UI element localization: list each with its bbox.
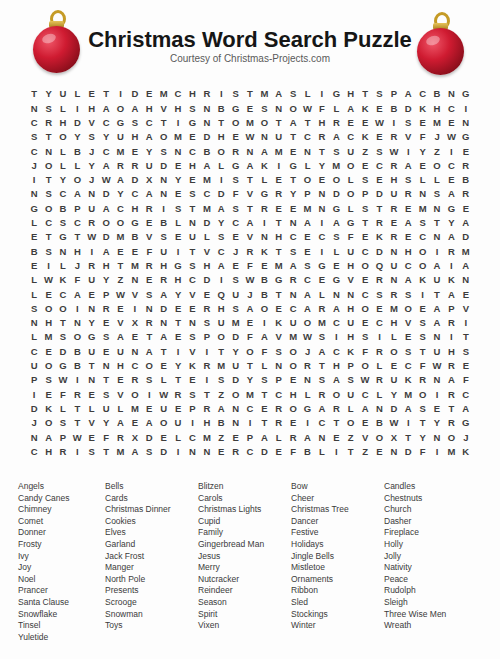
grid-cell[interactable]: N (315, 201, 329, 215)
grid-cell[interactable]: V (185, 344, 199, 358)
grid-cell[interactable]: X (128, 316, 142, 330)
grid-cell[interactable]: A (128, 101, 142, 115)
grid-cell[interactable]: T (156, 116, 170, 130)
grid-cell[interactable]: E (228, 259, 242, 273)
grid-cell[interactable]: V (85, 116, 99, 130)
grid-cell[interactable]: I (459, 316, 473, 330)
grid-cell[interactable]: O (415, 259, 429, 273)
grid-cell[interactable]: E (444, 173, 458, 187)
grid-cell[interactable]: E (85, 287, 99, 301)
grid-cell[interactable]: E (272, 173, 286, 187)
grid-cell[interactable]: S (415, 330, 429, 344)
grid-cell[interactable]: W (300, 101, 314, 115)
grid-cell[interactable]: A (401, 402, 415, 416)
grid-cell[interactable]: M (200, 201, 214, 215)
grid-cell[interactable]: B (70, 344, 84, 358)
grid-cell[interactable]: T (99, 87, 113, 101)
grid-cell[interactable]: R (444, 244, 458, 258)
grid-cell[interactable]: U (387, 373, 401, 387)
grid-cell[interactable]: U (56, 87, 70, 101)
grid-cell[interactable]: H (171, 273, 185, 287)
grid-cell[interactable]: N (387, 273, 401, 287)
grid-cell[interactable]: E (401, 201, 415, 215)
grid-cell[interactable]: H (142, 101, 156, 115)
grid-cell[interactable]: G (315, 259, 329, 273)
grid-cell[interactable]: W (387, 416, 401, 430)
grid-cell[interactable]: U (185, 230, 199, 244)
grid-cell[interactable]: T (156, 344, 170, 358)
grid-cell[interactable]: S (185, 187, 199, 201)
grid-cell[interactable]: Z (214, 387, 228, 401)
grid-cell[interactable]: E (185, 173, 199, 187)
grid-cell[interactable]: L (70, 158, 84, 172)
grid-cell[interactable]: W (300, 330, 314, 344)
grid-cell[interactable]: E (459, 287, 473, 301)
grid-cell[interactable]: C (358, 244, 372, 258)
grid-cell[interactable]: S (228, 173, 242, 187)
grid-cell[interactable]: G (459, 87, 473, 101)
grid-cell[interactable]: U (171, 416, 185, 430)
grid-cell[interactable]: S (430, 187, 444, 201)
grid-cell[interactable]: G (113, 116, 127, 130)
grid-cell[interactable]: R (200, 301, 214, 315)
grid-cell[interactable]: E (156, 359, 170, 373)
grid-cell[interactable]: H (156, 259, 170, 273)
grid-cell[interactable]: E (113, 301, 127, 315)
grid-cell[interactable]: E (171, 301, 185, 315)
grid-cell[interactable]: Y (415, 144, 429, 158)
grid-cell[interactable]: D (156, 301, 170, 315)
grid-cell[interactable]: E (85, 430, 99, 444)
grid-cell[interactable]: C (444, 158, 458, 172)
grid-cell[interactable]: G (329, 201, 343, 215)
grid-cell[interactable]: H (344, 259, 358, 273)
grid-cell[interactable]: A (300, 287, 314, 301)
grid-cell[interactable]: L (272, 430, 286, 444)
grid-cell[interactable]: E (185, 301, 199, 315)
grid-cell[interactable]: E (185, 130, 199, 144)
grid-cell[interactable]: Z (358, 144, 372, 158)
grid-cell[interactable]: E (315, 173, 329, 187)
grid-cell[interactable]: R (444, 359, 458, 373)
grid-cell[interactable]: N (200, 116, 214, 130)
grid-cell[interactable]: T (113, 259, 127, 273)
grid-cell[interactable]: T (459, 330, 473, 344)
grid-cell[interactable]: D (200, 216, 214, 230)
grid-cell[interactable]: O (401, 301, 415, 315)
grid-cell[interactable]: C (415, 87, 429, 101)
grid-cell[interactable]: S (128, 116, 142, 130)
grid-cell[interactable]: S (401, 287, 415, 301)
grid-cell[interactable]: R (272, 402, 286, 416)
grid-cell[interactable]: X (128, 430, 142, 444)
grid-cell[interactable]: E (171, 187, 185, 201)
grid-cell[interactable]: C (300, 130, 314, 144)
grid-cell[interactable]: H (128, 130, 142, 144)
grid-cell[interactable]: O (372, 430, 386, 444)
grid-cell[interactable]: K (257, 158, 271, 172)
grid-cell[interactable]: Y (228, 344, 242, 358)
grid-cell[interactable]: K (358, 101, 372, 115)
grid-cell[interactable]: H (171, 101, 185, 115)
grid-cell[interactable]: E (228, 430, 242, 444)
grid-cell[interactable]: A (99, 201, 113, 215)
grid-cell[interactable]: P (185, 402, 199, 416)
grid-cell[interactable]: R (286, 273, 300, 287)
grid-cell[interactable]: I (329, 444, 343, 458)
grid-cell[interactable]: T (401, 430, 415, 444)
grid-cell[interactable]: V (113, 387, 127, 401)
grid-cell[interactable]: U (156, 244, 170, 258)
grid-cell[interactable]: C (286, 301, 300, 315)
grid-cell[interactable]: S (156, 144, 170, 158)
grid-cell[interactable]: U (113, 130, 127, 144)
grid-cell[interactable]: L (315, 444, 329, 458)
grid-cell[interactable]: F (358, 344, 372, 358)
grid-cell[interactable]: O (329, 173, 343, 187)
grid-cell[interactable]: O (142, 359, 156, 373)
grid-cell[interactable]: E (41, 344, 55, 358)
grid-cell[interactable]: G (56, 359, 70, 373)
grid-cell[interactable]: D (214, 187, 228, 201)
grid-cell[interactable]: B (257, 287, 271, 301)
grid-cell[interactable]: W (430, 359, 444, 373)
grid-cell[interactable]: D (56, 344, 70, 358)
grid-cell[interactable]: D (99, 230, 113, 244)
grid-cell[interactable]: N (272, 101, 286, 115)
grid-cell[interactable]: T (56, 316, 70, 330)
grid-cell[interactable]: E (99, 344, 113, 358)
grid-cell[interactable]: O (344, 158, 358, 172)
grid-cell[interactable]: Y (41, 87, 55, 101)
grid-cell[interactable]: U (286, 316, 300, 330)
grid-cell[interactable]: B (300, 444, 314, 458)
grid-cell[interactable]: G (228, 158, 242, 172)
grid-cell[interactable]: T (415, 416, 429, 430)
grid-cell[interactable]: I (315, 216, 329, 230)
grid-cell[interactable]: A (300, 430, 314, 444)
grid-cell[interactable]: O (358, 359, 372, 373)
grid-cell[interactable]: Y (415, 430, 429, 444)
grid-cell[interactable]: T (415, 344, 429, 358)
grid-cell[interactable]: S (56, 330, 70, 344)
grid-cell[interactable]: S (401, 116, 415, 130)
grid-cell[interactable]: I (70, 301, 84, 315)
grid-cell[interactable]: R (243, 244, 257, 258)
grid-cell[interactable]: T (185, 244, 199, 258)
grid-cell[interactable]: M (243, 387, 257, 401)
grid-cell[interactable]: O (329, 387, 343, 401)
grid-cell[interactable]: T (214, 344, 228, 358)
grid-cell[interactable]: D (200, 273, 214, 287)
grid-cell[interactable]: C (300, 273, 314, 287)
grid-cell[interactable]: P (200, 330, 214, 344)
grid-cell[interactable]: B (128, 230, 142, 244)
grid-cell[interactable]: O (113, 216, 127, 230)
grid-cell[interactable]: J (300, 344, 314, 358)
grid-cell[interactable]: H (344, 301, 358, 315)
grid-cell[interactable]: S (99, 330, 113, 344)
grid-cell[interactable]: M (200, 173, 214, 187)
grid-cell[interactable]: L (70, 87, 84, 101)
grid-cell[interactable]: Y (85, 158, 99, 172)
grid-cell[interactable]: I (214, 87, 228, 101)
grid-cell[interactable]: N (315, 430, 329, 444)
grid-cell[interactable]: D (200, 130, 214, 144)
grid-cell[interactable]: Y (430, 416, 444, 430)
grid-cell[interactable]: R (113, 158, 127, 172)
grid-cell[interactable]: S (41, 244, 55, 258)
grid-cell[interactable]: O (358, 259, 372, 273)
grid-cell[interactable]: U (228, 287, 242, 301)
grid-cell[interactable]: H (99, 259, 113, 273)
grid-cell[interactable]: M (387, 301, 401, 315)
grid-cell[interactable]: A (401, 158, 415, 172)
grid-cell[interactable]: A (315, 344, 329, 358)
grid-cell[interactable]: R (200, 402, 214, 416)
grid-cell[interactable]: R (315, 130, 329, 144)
grid-cell[interactable]: U (99, 402, 113, 416)
grid-cell[interactable]: O (286, 344, 300, 358)
grid-cell[interactable]: N (257, 130, 271, 144)
grid-cell[interactable]: R (156, 273, 170, 287)
grid-cell[interactable]: J (70, 259, 84, 273)
grid-cell[interactable]: D (228, 330, 242, 344)
grid-cell[interactable]: A (459, 402, 473, 416)
grid-cell[interactable]: G (344, 216, 358, 230)
grid-cell[interactable]: R (459, 187, 473, 201)
grid-cell[interactable]: T (214, 116, 228, 130)
grid-cell[interactable]: O (344, 416, 358, 430)
grid-cell[interactable]: C (70, 216, 84, 230)
grid-cell[interactable]: U (344, 244, 358, 258)
grid-cell[interactable]: T (27, 87, 41, 101)
grid-cell[interactable]: R (272, 187, 286, 201)
grid-cell[interactable]: T (99, 373, 113, 387)
grid-cell[interactable]: C (272, 387, 286, 401)
grid-cell[interactable]: Y (56, 173, 70, 187)
grid-cell[interactable]: S (329, 144, 343, 158)
grid-cell[interactable]: C (200, 187, 214, 201)
grid-cell[interactable]: B (459, 173, 473, 187)
grid-cell[interactable]: R (444, 387, 458, 401)
grid-cell[interactable]: N (56, 244, 70, 258)
grid-cell[interactable]: V (401, 316, 415, 330)
grid-cell[interactable]: F (459, 373, 473, 387)
grid-cell[interactable]: M (286, 330, 300, 344)
grid-cell[interactable]: M (113, 444, 127, 458)
grid-cell[interactable]: K (401, 373, 415, 387)
grid-cell[interactable]: R (372, 273, 386, 287)
grid-cell[interactable]: C (185, 430, 199, 444)
grid-cell[interactable]: D (142, 430, 156, 444)
grid-cell[interactable]: O (257, 301, 271, 315)
grid-cell[interactable]: H (315, 116, 329, 130)
grid-cell[interactable]: N (185, 316, 199, 330)
grid-cell[interactable]: S (372, 87, 386, 101)
grid-cell[interactable]: E (286, 201, 300, 215)
grid-cell[interactable]: I (257, 216, 271, 230)
grid-cell[interactable]: S (185, 387, 199, 401)
grid-cell[interactable]: S (185, 101, 199, 115)
grid-cell[interactable]: K (459, 444, 473, 458)
grid-cell[interactable]: G (459, 416, 473, 430)
grid-cell[interactable]: N (459, 116, 473, 130)
grid-cell[interactable]: O (286, 359, 300, 373)
grid-cell[interactable]: O (70, 330, 84, 344)
grid-cell[interactable]: O (214, 330, 228, 344)
grid-cell[interactable]: N (185, 444, 199, 458)
grid-cell[interactable]: V (85, 416, 99, 430)
grid-cell[interactable]: A (70, 187, 84, 201)
grid-cell[interactable]: T (315, 144, 329, 158)
grid-cell[interactable]: H (56, 116, 70, 130)
grid-cell[interactable]: I (27, 387, 41, 401)
grid-cell[interactable]: W (41, 273, 55, 287)
grid-cell[interactable]: T (444, 402, 458, 416)
grid-cell[interactable]: D (401, 444, 415, 458)
grid-cell[interactable]: E (329, 430, 343, 444)
grid-cell[interactable]: I (329, 330, 343, 344)
grid-cell[interactable]: N (300, 373, 314, 387)
grid-cell[interactable]: H (344, 87, 358, 101)
grid-cell[interactable]: G (257, 187, 271, 201)
grid-cell[interactable]: A (200, 158, 214, 172)
grid-cell[interactable]: T (272, 244, 286, 258)
grid-cell[interactable]: E (358, 273, 372, 287)
grid-cell[interactable]: O (344, 187, 358, 201)
grid-cell[interactable]: I (430, 444, 444, 458)
grid-cell[interactable]: T (171, 316, 185, 330)
grid-cell[interactable]: C (56, 287, 70, 301)
grid-cell[interactable]: N (27, 187, 41, 201)
grid-cell[interactable]: O (286, 402, 300, 416)
grid-cell[interactable]: C (415, 230, 429, 244)
grid-cell[interactable]: S (415, 216, 429, 230)
grid-cell[interactable]: S (41, 101, 55, 115)
grid-cell[interactable]: E (185, 373, 199, 387)
grid-cell[interactable]: G (56, 230, 70, 244)
grid-cell[interactable]: N (27, 101, 41, 115)
grid-cell[interactable]: A (41, 430, 55, 444)
grid-cell[interactable]: Q (214, 287, 228, 301)
grid-cell[interactable]: L (430, 173, 444, 187)
grid-cell[interactable]: N (430, 430, 444, 444)
grid-cell[interactable]: M (272, 144, 286, 158)
grid-cell[interactable]: A (128, 444, 142, 458)
grid-cell[interactable]: O (99, 216, 113, 230)
grid-cell[interactable]: R (200, 359, 214, 373)
grid-cell[interactable]: T (200, 387, 214, 401)
grid-cell[interactable]: D (156, 158, 170, 172)
grid-cell[interactable]: O (415, 244, 429, 258)
grid-cell[interactable]: T (142, 330, 156, 344)
grid-cell[interactable]: T (430, 216, 444, 230)
grid-cell[interactable]: E (257, 259, 271, 273)
grid-cell[interactable]: T (272, 287, 286, 301)
grid-cell[interactable]: H (113, 359, 127, 373)
grid-cell[interactable]: B (27, 244, 41, 258)
grid-cell[interactable]: A (214, 259, 228, 273)
grid-cell[interactable]: H (128, 201, 142, 215)
grid-cell[interactable]: S (257, 373, 271, 387)
grid-cell[interactable]: K (56, 273, 70, 287)
grid-cell[interactable]: N (142, 301, 156, 315)
grid-cell[interactable]: O (228, 387, 242, 401)
grid-cell[interactable]: I (185, 416, 199, 430)
grid-cell[interactable]: H (41, 316, 55, 330)
grid-cell[interactable]: B (372, 416, 386, 430)
grid-cell[interactable]: R (171, 387, 185, 401)
grid-cell[interactable]: C (372, 316, 386, 330)
grid-cell[interactable]: E (171, 230, 185, 244)
grid-cell[interactable]: O (214, 144, 228, 158)
grid-cell[interactable]: J (27, 158, 41, 172)
grid-cell[interactable]: N (430, 330, 444, 344)
grid-cell[interactable]: N (200, 444, 214, 458)
grid-cell[interactable]: T (41, 173, 55, 187)
grid-cell[interactable]: Y (387, 387, 401, 401)
grid-cell[interactable]: E (415, 158, 429, 172)
grid-cell[interactable]: V (113, 316, 127, 330)
grid-cell[interactable]: P (27, 373, 41, 387)
grid-cell[interactable]: Y (171, 287, 185, 301)
grid-cell[interactable]: M (444, 444, 458, 458)
grid-cell[interactable]: T (300, 116, 314, 130)
grid-cell[interactable]: N (243, 144, 257, 158)
grid-cell[interactable]: E (444, 116, 458, 130)
grid-cell[interactable]: D (27, 402, 41, 416)
grid-cell[interactable]: S (415, 316, 429, 330)
grid-cell[interactable]: O (41, 158, 55, 172)
grid-cell[interactable]: O (243, 344, 257, 358)
grid-cell[interactable]: C (459, 387, 473, 401)
grid-cell[interactable]: E (243, 101, 257, 115)
grid-cell[interactable]: M (430, 116, 444, 130)
grid-cell[interactable]: A (99, 244, 113, 258)
grid-cell[interactable]: A (214, 201, 228, 215)
grid-cell[interactable]: M (113, 144, 127, 158)
grid-cell[interactable]: K (415, 101, 429, 115)
grid-cell[interactable]: F (415, 444, 429, 458)
grid-cell[interactable]: K (344, 344, 358, 358)
grid-cell[interactable]: A (257, 330, 271, 344)
grid-cell[interactable]: N (286, 287, 300, 301)
grid-cell[interactable]: I (401, 416, 415, 430)
grid-cell[interactable]: E (142, 273, 156, 287)
grid-cell[interactable]: A (401, 87, 415, 101)
grid-cell[interactable]: S (228, 201, 242, 215)
grid-cell[interactable]: I (387, 116, 401, 130)
grid-cell[interactable]: R (444, 316, 458, 330)
grid-cell[interactable]: N (228, 416, 242, 430)
grid-cell[interactable]: C (214, 244, 228, 258)
grid-cell[interactable]: M (459, 244, 473, 258)
grid-cell[interactable]: E (415, 301, 429, 315)
grid-cell[interactable]: O (41, 201, 55, 215)
grid-cell[interactable]: S (315, 330, 329, 344)
grid-cell[interactable]: V (156, 101, 170, 115)
grid-cell[interactable]: L (372, 387, 386, 401)
grid-cell[interactable]: O (70, 173, 84, 187)
grid-cell[interactable]: F (257, 344, 271, 358)
grid-cell[interactable]: E (27, 230, 41, 244)
grid-cell[interactable]: S (142, 287, 156, 301)
grid-cell[interactable]: A (401, 273, 415, 287)
grid-cell[interactable]: A (430, 316, 444, 330)
grid-cell[interactable]: N (27, 430, 41, 444)
grid-cell[interactable]: M (171, 130, 185, 144)
